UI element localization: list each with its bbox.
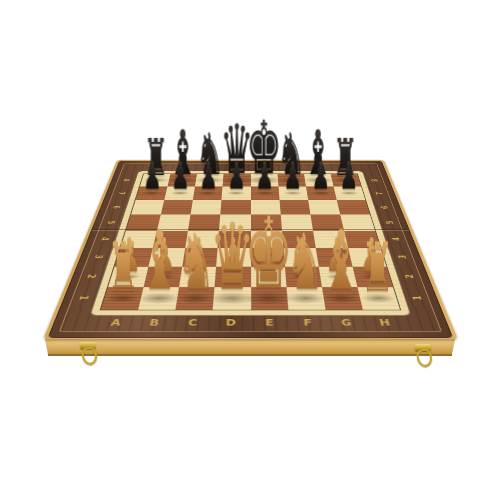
clasp-loop-icon	[415, 347, 434, 368]
chess-board: ABCDEFGH ABCDEFGH 87654321 87654321 ♜♝♞♛…	[42, 159, 458, 340]
board-box-side-edge	[45, 339, 455, 356]
white-rook-icon: ♜	[361, 233, 395, 301]
brass-clasp-right	[412, 344, 434, 370]
chess-set-photo: ABCDEFGH ABCDEFGH 87654321 87654321 ♜♝♞♛…	[0, 0, 500, 500]
brass-clasp-left	[77, 342, 99, 368]
pieces-layer: ♜♝♞♛♚♞♝♜♟♟♟♟♟♟♟♟♟♟♟♟♟♟♟♟♜♝♞♛♚♞♝♜	[42, 159, 458, 340]
clasp-loop-icon	[80, 345, 99, 366]
